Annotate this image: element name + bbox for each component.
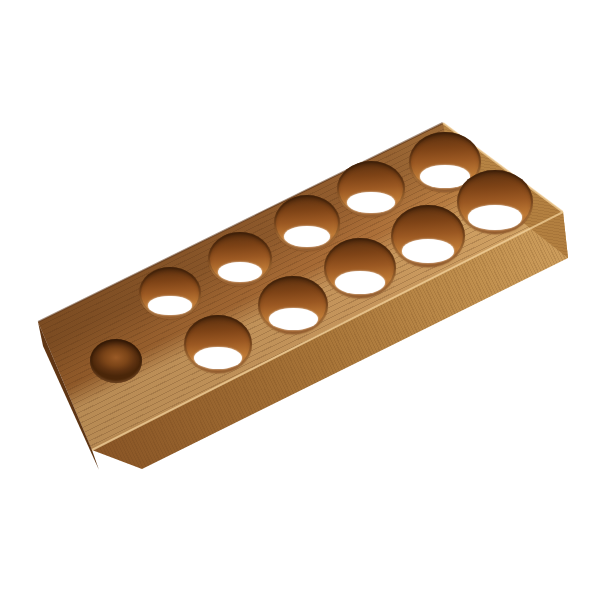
hole-small-end xyxy=(90,339,142,383)
product-photo-stage xyxy=(0,0,600,600)
hole-far-3 xyxy=(274,195,340,251)
hole-far-2 xyxy=(208,232,272,286)
hole-near-5 xyxy=(457,170,533,234)
hole-far-4 xyxy=(337,161,405,217)
hole-near-4 xyxy=(391,205,465,267)
hole-near-3 xyxy=(324,238,396,298)
hole-near-2 xyxy=(258,276,328,334)
hole-far-1 xyxy=(139,267,201,319)
hole-near-1 xyxy=(184,315,252,373)
